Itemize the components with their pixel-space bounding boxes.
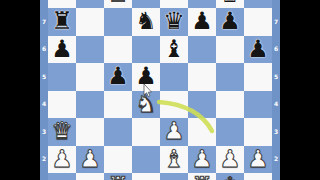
white-pawn-h2[interactable]: ♟ bbox=[244, 146, 272, 174]
white-bishop-e2[interactable]: ♝ bbox=[160, 146, 188, 174]
square-g1[interactable]: ♚ bbox=[216, 173, 244, 180]
square-f6[interactable] bbox=[188, 36, 216, 64]
rank-label-6: 6 bbox=[272, 45, 280, 53]
square-g6[interactable] bbox=[216, 36, 244, 64]
board-border-left bbox=[40, 0, 48, 180]
square-g4[interactable] bbox=[216, 91, 244, 119]
rank-label-2: 2 bbox=[272, 155, 280, 163]
square-b3[interactable] bbox=[76, 118, 104, 146]
square-c6[interactable] bbox=[104, 36, 132, 64]
square-c5[interactable]: ♟ bbox=[104, 63, 132, 91]
square-e5[interactable] bbox=[160, 63, 188, 91]
black-pawn-g7[interactable]: ♟ bbox=[216, 8, 244, 36]
square-h3[interactable] bbox=[244, 118, 272, 146]
rank-label-6: 6 bbox=[40, 45, 48, 53]
black-bishop-e6[interactable]: ♝ bbox=[160, 36, 188, 64]
square-c2[interactable] bbox=[104, 146, 132, 174]
square-e1[interactable] bbox=[160, 173, 188, 180]
white-pawn-e3[interactable]: ♟ bbox=[160, 118, 188, 146]
square-b8[interactable] bbox=[76, 0, 104, 8]
square-a2[interactable]: ♟ bbox=[48, 146, 76, 174]
square-f7[interactable]: ♟ bbox=[188, 8, 216, 36]
square-d7[interactable]: ♞ bbox=[132, 8, 160, 36]
square-b1[interactable] bbox=[76, 173, 104, 180]
rank-label-5: 5 bbox=[40, 73, 48, 81]
square-h7[interactable] bbox=[244, 8, 272, 36]
square-b6[interactable] bbox=[76, 36, 104, 64]
rank-label-4: 4 bbox=[272, 100, 280, 108]
square-d3[interactable] bbox=[132, 118, 160, 146]
square-g3[interactable] bbox=[216, 118, 244, 146]
square-d5[interactable]: ♟ bbox=[132, 63, 160, 91]
rank-label-4: 4 bbox=[40, 100, 48, 108]
square-h8[interactable] bbox=[244, 0, 272, 8]
square-e4[interactable] bbox=[160, 91, 188, 119]
square-a6[interactable]: ♟ bbox=[48, 36, 76, 64]
square-g5[interactable] bbox=[216, 63, 244, 91]
white-queen-a3[interactable]: ♛ bbox=[48, 118, 76, 146]
square-e6[interactable]: ♝ bbox=[160, 36, 188, 64]
square-c4[interactable] bbox=[104, 91, 132, 119]
square-b4[interactable] bbox=[76, 91, 104, 119]
square-d6[interactable] bbox=[132, 36, 160, 64]
square-f2[interactable]: ♟ bbox=[188, 146, 216, 174]
black-pawn-a6[interactable]: ♟ bbox=[48, 36, 76, 64]
square-a5[interactable] bbox=[48, 63, 76, 91]
rank-label-3: 3 bbox=[40, 128, 48, 136]
square-h4[interactable] bbox=[244, 91, 272, 119]
square-c7[interactable] bbox=[104, 8, 132, 36]
white-pawn-g2[interactable]: ♟ bbox=[216, 146, 244, 174]
rank-label-7: 7 bbox=[272, 18, 280, 26]
letterbox-right bbox=[280, 0, 320, 180]
square-f5[interactable] bbox=[188, 63, 216, 91]
square-a4[interactable] bbox=[48, 91, 76, 119]
square-a1[interactable] bbox=[48, 173, 76, 180]
rank-label-2: 2 bbox=[40, 155, 48, 163]
square-e7[interactable]: ♛ bbox=[160, 8, 188, 36]
square-f1[interactable]: ♜ bbox=[188, 173, 216, 180]
black-pawn-c5[interactable]: ♟ bbox=[104, 63, 132, 91]
square-e2[interactable]: ♝ bbox=[160, 146, 188, 174]
black-knight-d7[interactable]: ♞ bbox=[132, 8, 160, 36]
white-rook-f1[interactable]: ♜ bbox=[188, 173, 216, 180]
square-d4[interactable]: ♞ bbox=[132, 91, 160, 119]
square-g7[interactable]: ♟ bbox=[216, 8, 244, 36]
board-border-right bbox=[272, 0, 280, 180]
white-pawn-a2[interactable]: ♟ bbox=[48, 146, 76, 174]
black-pawn-f7[interactable]: ♟ bbox=[188, 8, 216, 36]
chess-video-frame: ♜♚♜♞♛♟♟♟♝♟♟♟♞♛♟♟♟♝♟♟♟♜♜♚ 887766554433221… bbox=[0, 0, 320, 180]
square-d2[interactable] bbox=[132, 146, 160, 174]
square-f3[interactable] bbox=[188, 118, 216, 146]
square-c3[interactable] bbox=[104, 118, 132, 146]
black-rook-c8[interactable]: ♜ bbox=[104, 0, 132, 8]
black-pawn-d5[interactable]: ♟ bbox=[132, 63, 160, 91]
chess-board[interactable]: ♜♚♜♞♛♟♟♟♝♟♟♟♞♛♟♟♟♝♟♟♟♜♜♚ bbox=[48, 0, 272, 180]
rank-label-7: 7 bbox=[40, 18, 48, 26]
square-c8[interactable]: ♜ bbox=[104, 0, 132, 8]
white-knight-d4[interactable]: ♞ bbox=[132, 91, 160, 119]
square-b7[interactable] bbox=[76, 8, 104, 36]
black-rook-a7[interactable]: ♜ bbox=[48, 8, 76, 36]
square-h5[interactable] bbox=[244, 63, 272, 91]
square-h2[interactable]: ♟ bbox=[244, 146, 272, 174]
square-b5[interactable] bbox=[76, 63, 104, 91]
square-f4[interactable] bbox=[188, 91, 216, 119]
rank-label-5: 5 bbox=[272, 73, 280, 81]
square-a3[interactable]: ♛ bbox=[48, 118, 76, 146]
black-pawn-h6[interactable]: ♟ bbox=[244, 36, 272, 64]
white-pawn-f2[interactable]: ♟ bbox=[188, 146, 216, 174]
black-queen-e7[interactable]: ♛ bbox=[160, 8, 188, 36]
square-e3[interactable]: ♟ bbox=[160, 118, 188, 146]
square-b2[interactable]: ♟ bbox=[76, 146, 104, 174]
white-rook-c1[interactable]: ♜ bbox=[104, 173, 132, 180]
rank-label-3: 3 bbox=[272, 128, 280, 136]
square-h1[interactable] bbox=[244, 173, 272, 180]
square-h6[interactable]: ♟ bbox=[244, 36, 272, 64]
white-pawn-b2[interactable]: ♟ bbox=[76, 146, 104, 174]
white-king-g1[interactable]: ♚ bbox=[216, 173, 244, 180]
square-d1[interactable] bbox=[132, 173, 160, 180]
square-g2[interactable]: ♟ bbox=[216, 146, 244, 174]
square-c1[interactable]: ♜ bbox=[104, 173, 132, 180]
square-a7[interactable]: ♜ bbox=[48, 8, 76, 36]
letterbox-left bbox=[0, 0, 40, 180]
